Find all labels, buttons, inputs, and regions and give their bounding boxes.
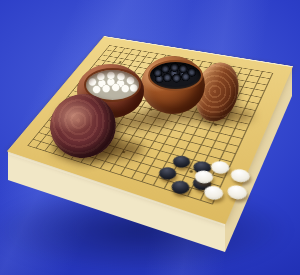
black-stones-in-bowl xyxy=(148,60,203,91)
product-photo-stage xyxy=(0,0,300,275)
